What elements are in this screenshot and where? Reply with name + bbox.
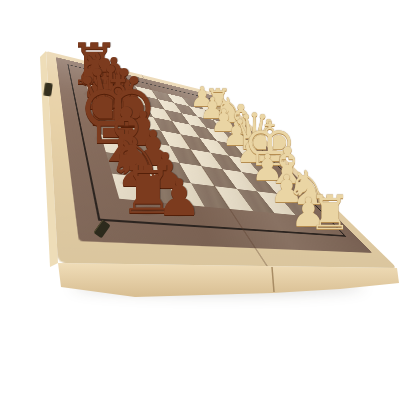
pieces-layer: ♜♞♝♚♛♝♞♜♟♟♟♟♟♟♟♟♟♟♟♟♟♟♟♟♜♞♝♚♛♝♞♜ [0,0,400,400]
product-photo: ♜♞♝♚♛♝♞♜♟♟♟♟♟♟♟♟♟♟♟♟♟♟♟♟♜♞♝♚♛♝♞♜ [0,0,400,400]
piece-black-pawn-a7[interactable]: ♟ [149,173,210,223]
piece-white-rook-a1[interactable]: ♜ [302,189,359,236]
